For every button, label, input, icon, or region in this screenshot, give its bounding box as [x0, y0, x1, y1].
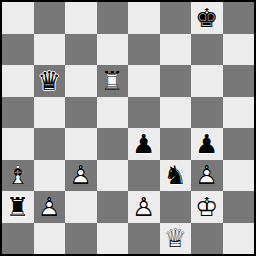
square-d4[interactable] — [97, 128, 129, 160]
square-c8[interactable] — [65, 2, 97, 34]
square-e1[interactable] — [128, 223, 160, 255]
square-a1[interactable] — [2, 223, 34, 255]
square-c6[interactable] — [65, 65, 97, 97]
square-d2[interactable] — [97, 191, 129, 223]
black-pawn[interactable]: ♟ — [191, 128, 223, 160]
square-d5[interactable] — [97, 97, 129, 129]
white-bishop-outline: ♗ — [2, 160, 34, 192]
square-e8[interactable] — [128, 2, 160, 34]
square-e6[interactable] — [128, 65, 160, 97]
square-d7[interactable] — [97, 34, 129, 66]
square-e3[interactable] — [128, 160, 160, 192]
white-queen-outline: ♕ — [160, 223, 192, 255]
square-b5[interactable] — [34, 97, 66, 129]
black-rook[interactable]: ♜ — [2, 191, 34, 223]
chess-board: ♚♛♜♖♟♟♝♗♟♙♞♟♙♜♟♙♟♙♚♔♛♕ — [0, 0, 256, 256]
square-c5[interactable] — [65, 97, 97, 129]
square-a4[interactable] — [2, 128, 34, 160]
black-pawn[interactable]: ♟ — [128, 128, 160, 160]
square-c3[interactable]: ♟♙ — [65, 160, 97, 192]
white-pawn-outline: ♙ — [191, 160, 223, 192]
square-g5[interactable] — [191, 97, 223, 129]
square-a2[interactable]: ♜ — [2, 191, 34, 223]
white-pawn-outline: ♙ — [34, 191, 66, 223]
square-g4[interactable]: ♟ — [191, 128, 223, 160]
square-d3[interactable] — [97, 160, 129, 192]
square-f3[interactable]: ♞ — [160, 160, 192, 192]
square-b2[interactable]: ♟♙ — [34, 191, 66, 223]
square-b7[interactable] — [34, 34, 66, 66]
square-g6[interactable] — [191, 65, 223, 97]
square-h1[interactable] — [223, 223, 255, 255]
black-knight[interactable]: ♞ — [160, 160, 192, 192]
square-b1[interactable] — [34, 223, 66, 255]
square-c1[interactable] — [65, 223, 97, 255]
square-a6[interactable] — [2, 65, 34, 97]
square-f4[interactable] — [160, 128, 192, 160]
square-a3[interactable]: ♝♗ — [2, 160, 34, 192]
square-f7[interactable] — [160, 34, 192, 66]
square-a5[interactable] — [2, 97, 34, 129]
square-b4[interactable] — [34, 128, 66, 160]
square-g3[interactable]: ♟♙ — [191, 160, 223, 192]
square-h2[interactable] — [223, 191, 255, 223]
square-g1[interactable] — [191, 223, 223, 255]
square-g2[interactable]: ♚♔ — [191, 191, 223, 223]
square-h6[interactable] — [223, 65, 255, 97]
square-c7[interactable] — [65, 34, 97, 66]
black-king[interactable]: ♚ — [191, 2, 223, 34]
square-d8[interactable] — [97, 2, 129, 34]
square-f6[interactable] — [160, 65, 192, 97]
square-h7[interactable] — [223, 34, 255, 66]
white-rook-outline: ♖ — [97, 65, 129, 97]
square-c2[interactable] — [65, 191, 97, 223]
white-king-outline: ♔ — [191, 191, 223, 223]
square-f5[interactable] — [160, 97, 192, 129]
square-b3[interactable] — [34, 160, 66, 192]
square-h8[interactable] — [223, 2, 255, 34]
square-e4[interactable]: ♟ — [128, 128, 160, 160]
square-a8[interactable] — [2, 2, 34, 34]
square-e2[interactable]: ♟♙ — [128, 191, 160, 223]
square-f8[interactable] — [160, 2, 192, 34]
square-d6[interactable]: ♜♖ — [97, 65, 129, 97]
black-queen[interactable]: ♛ — [34, 65, 66, 97]
white-pawn-outline: ♙ — [65, 160, 97, 192]
square-h5[interactable] — [223, 97, 255, 129]
square-d1[interactable] — [97, 223, 129, 255]
square-c4[interactable] — [65, 128, 97, 160]
square-a7[interactable] — [2, 34, 34, 66]
square-g8[interactable]: ♚ — [191, 2, 223, 34]
square-h3[interactable] — [223, 160, 255, 192]
square-f1[interactable]: ♛♕ — [160, 223, 192, 255]
square-e5[interactable] — [128, 97, 160, 129]
square-g7[interactable] — [191, 34, 223, 66]
square-e7[interactable] — [128, 34, 160, 66]
square-b8[interactable] — [34, 2, 66, 34]
square-b6[interactable]: ♛ — [34, 65, 66, 97]
square-f2[interactable] — [160, 191, 192, 223]
white-pawn-outline: ♙ — [128, 191, 160, 223]
square-h4[interactable] — [223, 128, 255, 160]
